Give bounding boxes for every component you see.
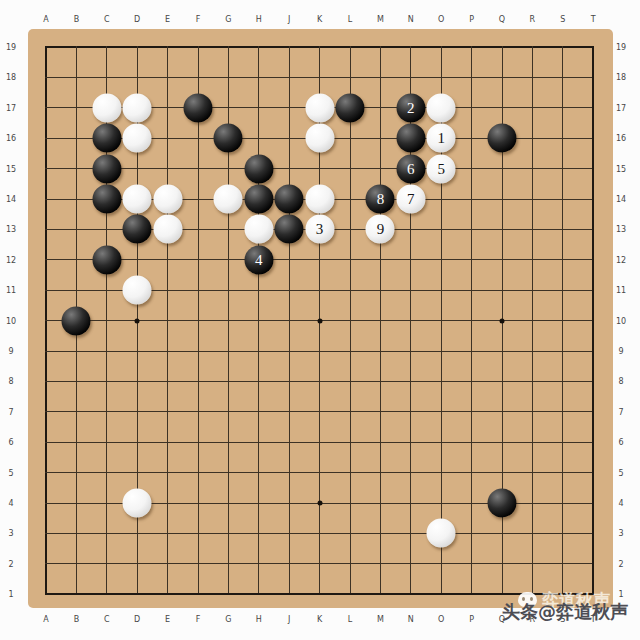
- stone-black-N17: 2: [396, 93, 425, 122]
- coordinate-label-column: D: [134, 615, 140, 624]
- coordinate-label-column: G: [225, 615, 231, 624]
- grid-line-horizontal: [45, 472, 594, 473]
- coordinate-label-column: P: [469, 615, 474, 624]
- coordinate-label-column: M: [377, 15, 384, 24]
- stone-black-C14: [92, 185, 121, 214]
- stone-white-M13: 9: [366, 215, 395, 244]
- stone-black-F17: [184, 93, 213, 122]
- stone-black-D13: [123, 215, 152, 244]
- coordinate-label-row: 3: [8, 529, 13, 538]
- grid-line-horizontal: [45, 442, 594, 443]
- move-number: 3: [316, 222, 324, 237]
- coordinate-label-row: 10: [6, 316, 16, 325]
- stone-white-O16: 1: [427, 124, 456, 153]
- coordinate-label-row: 1: [8, 590, 13, 599]
- coordinate-label-row: 17: [616, 103, 626, 112]
- coordinate-label-row: 13: [616, 225, 626, 234]
- grid-line-vertical: [350, 46, 351, 595]
- stone-white-E14: [153, 185, 182, 214]
- coordinate-label-row: 4: [8, 499, 13, 508]
- stone-black-N16: [396, 124, 425, 153]
- coordinate-label-column: S: [560, 15, 565, 24]
- grid-line-vertical: [592, 46, 594, 595]
- stone-black-Q4: [488, 489, 517, 518]
- coordinate-label-row: 14: [6, 195, 16, 204]
- stone-white-O17: [427, 93, 456, 122]
- coordinate-label-row: 18: [616, 73, 626, 82]
- coordinate-label-row: 10: [616, 316, 626, 325]
- watermark: 弈道秋声 头条@弈道秋声: [496, 586, 640, 628]
- coordinate-label-row: 17: [6, 103, 16, 112]
- coordinate-label-row: 12: [6, 255, 16, 264]
- coordinate-label-column: A: [43, 15, 48, 24]
- grid-line-horizontal: [45, 381, 594, 382]
- coordinate-label-column: O: [438, 615, 444, 624]
- grid-line-vertical: [380, 46, 381, 595]
- stone-black-L17: [336, 93, 365, 122]
- star-point: [317, 501, 322, 506]
- coordinate-label-row: 2: [8, 559, 13, 568]
- grid-line-vertical: [532, 46, 533, 595]
- stone-black-B10: [62, 306, 91, 335]
- coordinate-label-column: O: [438, 15, 444, 24]
- stone-white-E13: [153, 215, 182, 244]
- stone-black-G16: [214, 124, 243, 153]
- stone-white-O3: [427, 519, 456, 548]
- coordinate-label-row: 15: [616, 164, 626, 173]
- coordinate-label-column: H: [256, 15, 262, 24]
- coordinate-label-row: 11: [616, 286, 626, 295]
- coordinate-label-row: 16: [616, 134, 626, 143]
- stone-white-O15: 5: [427, 154, 456, 183]
- coordinate-label-row: 5: [8, 468, 13, 477]
- go-diagram-page: 216587394 弈道秋声 头条@弈道秋声 AABBCCDDEEFFGGHHJ…: [0, 0, 640, 640]
- stone-white-D14: [123, 185, 152, 214]
- coordinate-label-column: D: [134, 15, 140, 24]
- coordinate-label-column: B: [74, 15, 80, 24]
- grid-line-horizontal: [45, 563, 594, 564]
- grid-line-horizontal: [45, 411, 594, 412]
- stone-white-N14: 7: [396, 185, 425, 214]
- coordinate-label-column: H: [256, 615, 262, 624]
- stone-white-K16: [305, 124, 334, 153]
- move-number: 8: [377, 192, 385, 207]
- coordinate-label-column: F: [196, 615, 201, 624]
- stone-black-H15: [244, 154, 273, 183]
- coordinate-label-column: C: [104, 15, 110, 24]
- move-number: 5: [437, 161, 445, 176]
- coordinate-label-column: N: [408, 15, 414, 24]
- coordinate-label-column: R: [530, 15, 536, 24]
- coordinate-label-row: 13: [6, 225, 16, 234]
- coordinate-label-column: N: [408, 615, 414, 624]
- move-number: 1: [437, 131, 445, 146]
- coordinate-label-row: 19: [6, 43, 16, 52]
- stone-white-D4: [123, 489, 152, 518]
- coordinate-label-row: 8: [8, 377, 13, 386]
- coordinate-label-column: L: [348, 15, 352, 24]
- stone-white-K13: 3: [305, 215, 334, 244]
- coordinate-label-row: 9: [8, 347, 13, 356]
- move-number: 7: [407, 192, 415, 207]
- coordinate-label-row: 7: [618, 407, 623, 416]
- stone-black-H14: [244, 185, 273, 214]
- coordinate-label-column: K: [317, 615, 322, 624]
- coordinate-label-column: C: [104, 615, 110, 624]
- move-number: 6: [407, 161, 415, 176]
- move-number: 9: [377, 222, 385, 237]
- star-point: [135, 318, 140, 323]
- coordinate-label-row: 12: [616, 255, 626, 264]
- coordinate-label-column: G: [225, 15, 231, 24]
- coordinate-label-row: 8: [618, 377, 623, 386]
- grid-line-horizontal: [45, 533, 594, 534]
- coordinate-label-column: K: [317, 15, 322, 24]
- grid-line-horizontal: [45, 351, 594, 352]
- stone-white-K17: [305, 93, 334, 122]
- coordinate-label-column: P: [469, 15, 474, 24]
- coordinate-label-column: B: [74, 615, 80, 624]
- coordinate-label-column: T: [591, 15, 596, 24]
- coordinate-label-column: E: [165, 615, 170, 624]
- stone-black-J14: [275, 185, 304, 214]
- stone-black-H12: 4: [244, 245, 273, 274]
- coordinate-label-row: 3: [618, 529, 623, 538]
- coordinate-label-column: J: [288, 615, 290, 624]
- coordinate-label-row: 11: [6, 286, 16, 295]
- coordinate-label-column: Q: [499, 15, 505, 24]
- grid-line-vertical: [471, 46, 472, 595]
- watermark-text: 头条@弈道秋声: [502, 600, 628, 624]
- stone-black-N15: 6: [396, 154, 425, 183]
- coordinate-label-row: 4: [618, 499, 623, 508]
- coordinate-label-row: 14: [616, 195, 626, 204]
- coordinate-label-row: 2: [618, 559, 623, 568]
- coordinate-label-row: 15: [6, 164, 16, 173]
- stone-black-C15: [92, 154, 121, 183]
- coordinate-label-column: L: [348, 615, 352, 624]
- coordinate-label-row: 6: [618, 438, 623, 447]
- coordinate-label-column: J: [288, 15, 290, 24]
- grid-line-vertical: [562, 46, 563, 595]
- coordinate-label-column: F: [196, 15, 201, 24]
- star-point: [500, 318, 505, 323]
- stone-white-D16: [123, 124, 152, 153]
- coordinate-label-row: 18: [6, 73, 16, 82]
- move-number: 2: [407, 100, 415, 115]
- coordinate-label-row: 16: [6, 134, 16, 143]
- coordinate-label-row: 5: [618, 468, 623, 477]
- stone-black-C16: [92, 124, 121, 153]
- coordinate-label-row: 7: [8, 407, 13, 416]
- stone-white-H13: [244, 215, 273, 244]
- stone-black-J13: [275, 215, 304, 244]
- board: 216587394: [28, 29, 613, 608]
- stone-white-K14: [305, 185, 334, 214]
- coordinate-label-column: M: [377, 615, 384, 624]
- coordinate-label-column: A: [43, 615, 48, 624]
- star-point: [317, 318, 322, 323]
- stone-white-D17: [123, 93, 152, 122]
- coordinate-label-row: 6: [8, 438, 13, 447]
- coordinate-label-row: 19: [616, 43, 626, 52]
- stone-black-M14: 8: [366, 185, 395, 214]
- move-number: 4: [255, 252, 263, 267]
- stone-white-D11: [123, 276, 152, 305]
- coordinate-label-column: E: [165, 15, 170, 24]
- stone-black-C12: [92, 245, 121, 274]
- stone-white-C17: [92, 93, 121, 122]
- stone-white-G14: [214, 185, 243, 214]
- stone-black-Q16: [488, 124, 517, 153]
- coordinate-label-row: 9: [618, 347, 623, 356]
